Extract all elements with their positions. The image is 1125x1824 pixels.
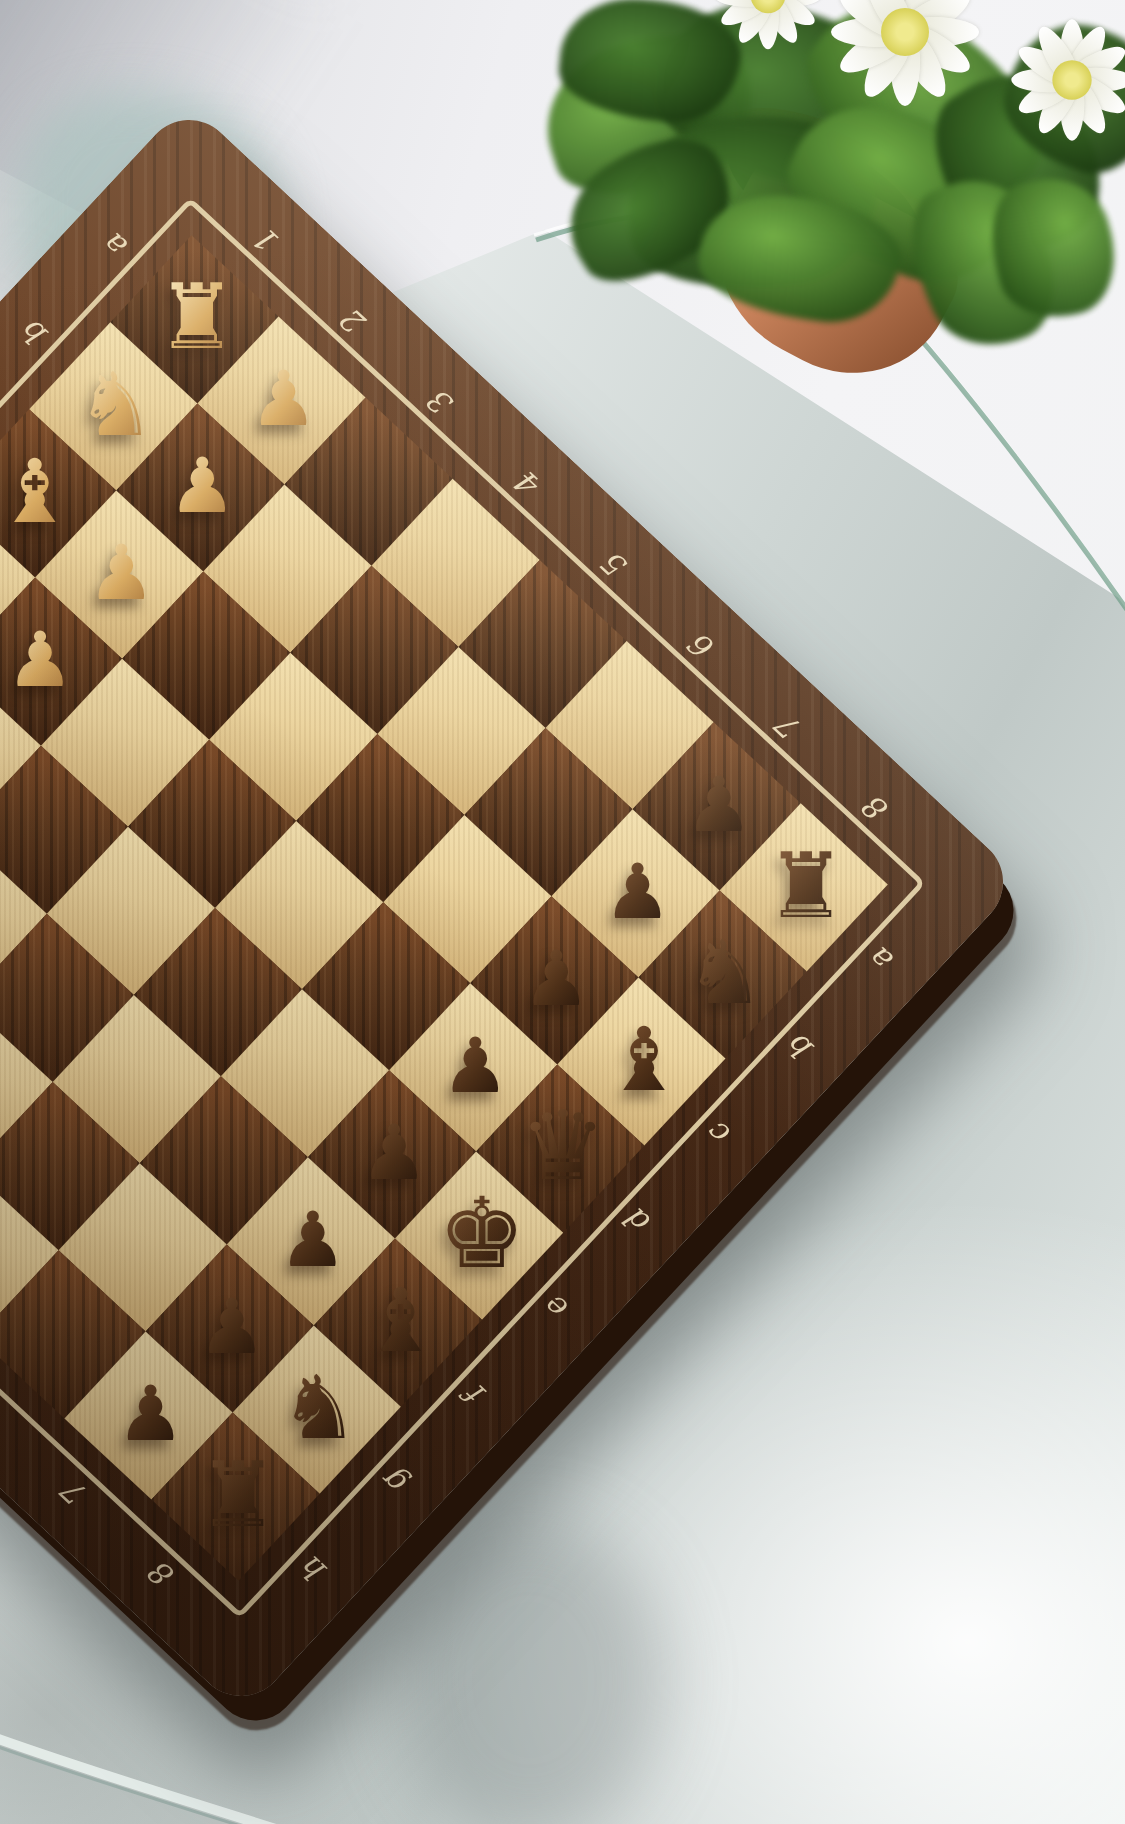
piece-black-pawn-a7: ♟: [685, 766, 753, 842]
flower-center: [881, 8, 929, 56]
coordinate-label-4-top: 4: [509, 465, 548, 505]
piece-white-bishop-c1: ♝: [0, 447, 74, 535]
coordinate-label-2-top: 2: [335, 302, 374, 342]
coordinate-label-7-bottom: 7: [56, 1474, 95, 1514]
coordinate-label-8-top: 8: [857, 789, 896, 829]
piece-black-pawn-h7: ♟: [117, 1375, 185, 1451]
coordinate-label-h-right: h: [294, 1550, 333, 1590]
piece-white-pawn-c2: ♟: [87, 534, 155, 610]
piece-black-pawn-d7: ♟: [441, 1027, 509, 1103]
coordinate-label-8-bottom: 8: [143, 1555, 182, 1595]
coordinate-label-7-top: 7: [770, 708, 809, 748]
coordinate-label-b-left: b: [15, 313, 54, 353]
coordinate-label-6-top: 6: [683, 627, 722, 667]
coordinate-label-3-top: 3: [422, 384, 461, 424]
piece-white-pawn-b2: ♟: [168, 447, 236, 523]
piece-black-pawn-c7: ♟: [522, 940, 590, 1016]
piece-white-pawn-d2: ♟: [6, 621, 74, 697]
piece-black-rook-h8: ♜: [198, 1449, 279, 1539]
piece-black-knight-b8: ♞: [685, 928, 764, 1016]
coordinate-label-5-top: 5: [596, 546, 635, 586]
piece-black-pawn-f7: ♟: [279, 1201, 347, 1277]
piece-black-pawn-e7: ♟: [360, 1114, 428, 1190]
coordinate-label-1-top: 1: [248, 221, 287, 261]
piece-black-knight-g8: ♞: [280, 1363, 359, 1451]
piece-black-king-e8: ♚: [438, 1184, 526, 1282]
flower-center: [1052, 60, 1091, 99]
table-reflection-shadow: [395, 1520, 665, 1824]
coordinate-label-c-right: c: [701, 1115, 738, 1153]
coordinate-label-a-right: a: [863, 941, 901, 980]
piece-black-pawn-g7: ♟: [198, 1288, 266, 1364]
piece-white-pawn-a2: ♟: [249, 360, 317, 436]
piece-black-pawn-b7: ♟: [603, 853, 671, 929]
piece-white-rook-a1: ♜: [157, 272, 238, 362]
coordinate-label-d-right: d: [619, 1202, 658, 1242]
coordinate-label-6-bottom: 6: [0, 1393, 8, 1433]
piece-black-bishop-f8: ♝: [361, 1276, 440, 1364]
coordinate-label-e-right: e: [538, 1289, 576, 1328]
piece-black-rook-a8: ♜: [766, 840, 847, 930]
scene: ♜♟♟♜♞♟♟♞♝♟♟♝♛♟♟♛♚♟♟♚♝♟♟♝♞♟♟♞♜♟♟♜ 1234567…: [0, 0, 1125, 1824]
coordinate-label-a-left: a: [97, 227, 135, 266]
coordinate-label-g-right: g: [375, 1463, 414, 1503]
coordinate-label-b-right: b: [781, 1028, 820, 1068]
coordinate-label-f-right: f: [460, 1378, 493, 1412]
piece-black-queen-d8: ♛: [520, 1098, 606, 1194]
piece-white-knight-b1: ♞: [76, 360, 155, 448]
piece-black-bishop-c8: ♝: [604, 1015, 683, 1103]
